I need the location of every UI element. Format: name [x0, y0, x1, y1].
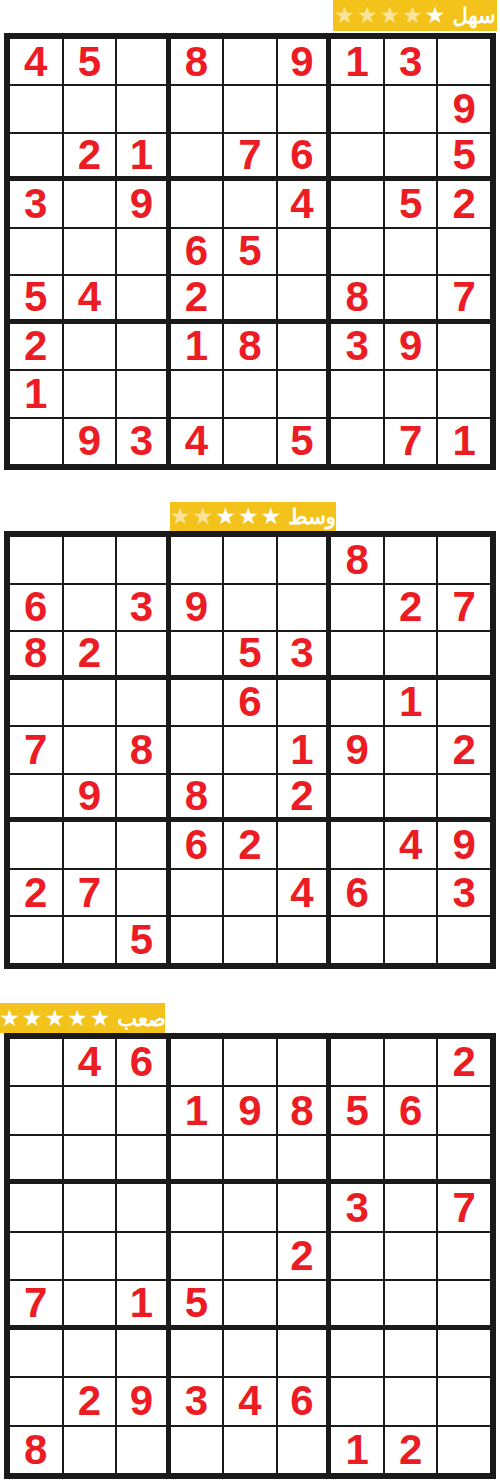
cell-r7c5[interactable]: [223, 1329, 277, 1377]
cell-r1c8[interactable]: 3: [384, 38, 438, 85]
cell-r3c1[interactable]: [9, 133, 63, 180]
cell-r8c6[interactable]: [277, 370, 331, 417]
cell-r3c9[interactable]: [437, 1135, 491, 1183]
star-icon: ★: [90, 1007, 111, 1030]
cell-r8c4[interactable]: [170, 869, 224, 917]
cell-r1c5[interactable]: [223, 1038, 277, 1086]
cell-r9c3[interactable]: 5: [116, 916, 170, 964]
cell-r4c6[interactable]: [277, 1183, 331, 1231]
cell-r9c2[interactable]: [63, 1426, 117, 1474]
cell-r7c4[interactable]: 1: [170, 323, 224, 370]
cell-r5c9[interactable]: [437, 1232, 491, 1280]
cell-r6c9[interactable]: [437, 1280, 491, 1328]
star-icon: ★: [22, 1007, 43, 1030]
star-rating-hard: ★★★★★: [0, 1007, 110, 1030]
cell-r4c5[interactable]: [223, 180, 277, 227]
cell-r5c7[interactable]: [330, 1232, 384, 1280]
cell-r4c8[interactable]: 1: [384, 679, 438, 727]
cell-r8c5[interactable]: 4: [223, 1377, 277, 1425]
cell-r9c5[interactable]: [223, 916, 277, 964]
cell-r8c9[interactable]: 3: [437, 869, 491, 917]
cell-r7c1[interactable]: [9, 821, 63, 869]
cell-r8c3[interactable]: 9: [116, 1377, 170, 1425]
cell-r1c7[interactable]: [330, 1038, 384, 1086]
cell-r9c7[interactable]: [330, 418, 384, 465]
cell-r8c2[interactable]: 7: [63, 869, 117, 917]
cell-r4c1[interactable]: 3: [9, 180, 63, 227]
cell-r7c3[interactable]: [116, 1329, 170, 1377]
star-icon: ★: [170, 505, 191, 528]
cell-r6c1[interactable]: 7: [9, 1280, 63, 1328]
cell-r3c4[interactable]: [170, 1135, 224, 1183]
difficulty-banner-easy: ★★★★★ سهل: [333, 0, 497, 31]
cell-r3c2[interactable]: 2: [63, 631, 117, 679]
cell-r1c4[interactable]: [170, 1038, 224, 1086]
cell-r2c1[interactable]: 6: [9, 584, 63, 632]
cell-r3c5[interactable]: [223, 1135, 277, 1183]
cell-r5c7[interactable]: 9: [330, 726, 384, 774]
cell-r7c6[interactable]: [277, 821, 331, 869]
cell-r1c3[interactable]: 6: [116, 1038, 170, 1086]
cell-r2c3[interactable]: [116, 85, 170, 132]
cell-r7c5[interactable]: 2: [223, 821, 277, 869]
difficulty-label-medium: وسط: [288, 506, 336, 527]
cell-r5c8[interactable]: [384, 1232, 438, 1280]
cell-r5c9[interactable]: 2: [437, 726, 491, 774]
cell-r3c8[interactable]: [384, 631, 438, 679]
cell-r5c1[interactable]: 7: [9, 726, 63, 774]
cell-r7c6[interactable]: [277, 1329, 331, 1377]
sudoku-grid-easy: 458913921765394526554287218391934571: [4, 33, 496, 470]
cell-r6c2[interactable]: 4: [63, 275, 117, 322]
cell-r3c4[interactable]: [170, 133, 224, 180]
cell-r9c7[interactable]: 1: [330, 1426, 384, 1474]
cell-r2c5[interactable]: [223, 584, 277, 632]
cell-r9c9[interactable]: [437, 1426, 491, 1474]
cell-r5c4[interactable]: 6: [170, 228, 224, 275]
cell-r4c7[interactable]: [330, 679, 384, 727]
cell-r2c6[interactable]: 8: [277, 1086, 331, 1134]
cell-r3c1[interactable]: [9, 1135, 63, 1183]
cell-r9c6[interactable]: [277, 916, 331, 964]
cell-r3c9[interactable]: 5: [437, 133, 491, 180]
cell-r1c3[interactable]: [116, 38, 170, 85]
cell-r9c9[interactable]: [437, 916, 491, 964]
cell-r7c3[interactable]: [116, 323, 170, 370]
cell-r2c8[interactable]: 2: [384, 584, 438, 632]
cell-r6c7[interactable]: [330, 774, 384, 822]
cell-r8c4[interactable]: 3: [170, 1377, 224, 1425]
cell-r5c1[interactable]: [9, 1232, 63, 1280]
cell-r1c9[interactable]: [437, 38, 491, 85]
cell-r8c8[interactable]: [384, 869, 438, 917]
cell-r2c8[interactable]: 6: [384, 1086, 438, 1134]
cell-r9c3[interactable]: [116, 1426, 170, 1474]
cell-r9c5[interactable]: [223, 1426, 277, 1474]
cell-r4c6[interactable]: 4: [277, 180, 331, 227]
cell-r6c8[interactable]: [384, 774, 438, 822]
difficulty-label-hard: صعب: [117, 1008, 166, 1029]
sudoku-grid-hard: 4621985637271529346812: [4, 1033, 496, 1479]
cell-r1c1[interactable]: [9, 536, 63, 584]
cell-r6c9[interactable]: [437, 774, 491, 822]
cell-r9c1[interactable]: [9, 916, 63, 964]
cell-r3c1[interactable]: 8: [9, 631, 63, 679]
cell-r4c8[interactable]: 5: [384, 180, 438, 227]
cell-r9c2[interactable]: 9: [63, 418, 117, 465]
cell-r1c6[interactable]: [277, 1038, 331, 1086]
cell-r8c1[interactable]: [9, 1377, 63, 1425]
star-icon: ★: [67, 1007, 88, 1030]
star-icon: ★: [425, 4, 446, 27]
cell-r4c4[interactable]: [170, 1183, 224, 1231]
cell-r6c6[interactable]: [277, 275, 331, 322]
cell-r7c8[interactable]: [384, 1329, 438, 1377]
cell-r5c6[interactable]: [277, 228, 331, 275]
cell-r5c3[interactable]: [116, 1232, 170, 1280]
sudoku-sheet: ★★★★★ سهل 458913921765394526554287218391…: [0, 0, 500, 1480]
cell-r5c8[interactable]: [384, 726, 438, 774]
cell-r9c5[interactable]: [223, 418, 277, 465]
cell-r9c9[interactable]: 1: [437, 418, 491, 465]
cell-r8c4[interactable]: [170, 370, 224, 417]
cell-r2c9[interactable]: [437, 1086, 491, 1134]
cell-r4c5[interactable]: [223, 1183, 277, 1231]
cell-r8c6[interactable]: 4: [277, 869, 331, 917]
cell-r3c6[interactable]: 3: [277, 631, 331, 679]
cell-r1c6[interactable]: [277, 536, 331, 584]
cell-r3c7[interactable]: [330, 1135, 384, 1183]
cell-r9c8[interactable]: [384, 916, 438, 964]
cell-r3c3[interactable]: 1: [116, 133, 170, 180]
cell-r6c2[interactable]: 9: [63, 774, 117, 822]
cell-r9c4[interactable]: [170, 916, 224, 964]
cell-r8c7[interactable]: 6: [330, 869, 384, 917]
cell-r8c5[interactable]: [223, 370, 277, 417]
cell-r4c9[interactable]: [437, 679, 491, 727]
star-icon: ★: [334, 4, 355, 27]
cell-r4c1[interactable]: [9, 679, 63, 727]
cell-r4c3[interactable]: [116, 679, 170, 727]
cell-r8c5[interactable]: [223, 869, 277, 917]
cell-r3c8[interactable]: [384, 1135, 438, 1183]
cell-r3c5[interactable]: 7: [223, 133, 277, 180]
star-icon: ★: [215, 505, 236, 528]
cell-r8c3[interactable]: [116, 869, 170, 917]
cell-r9c7[interactable]: [330, 916, 384, 964]
cell-r2c6[interactable]: [277, 85, 331, 132]
cell-r8c2[interactable]: [63, 370, 117, 417]
cell-r8c1[interactable]: 1: [9, 370, 63, 417]
cell-r7c2[interactable]: [63, 1329, 117, 1377]
cell-r4c6[interactable]: [277, 679, 331, 727]
cell-r4c7[interactable]: 3: [330, 1183, 384, 1231]
cell-r7c2[interactable]: [63, 323, 117, 370]
cell-r2c2[interactable]: [63, 584, 117, 632]
cell-r2c5[interactable]: 9: [223, 1086, 277, 1134]
cell-r4c9[interactable]: 7: [437, 1183, 491, 1231]
cell-r8c3[interactable]: [116, 370, 170, 417]
cell-r3c2[interactable]: [63, 1135, 117, 1183]
cell-r6c1[interactable]: [9, 774, 63, 822]
cell-r4c2[interactable]: [63, 1183, 117, 1231]
cell-r9c3[interactable]: 3: [116, 418, 170, 465]
cell-r6c2[interactable]: [63, 1280, 117, 1328]
cell-r2c7[interactable]: 5: [330, 1086, 384, 1134]
cell-r2c4[interactable]: 1: [170, 1086, 224, 1134]
cell-r1c4[interactable]: [170, 536, 224, 584]
cell-r4c3[interactable]: 9: [116, 180, 170, 227]
cell-r6c8[interactable]: [384, 1280, 438, 1328]
cell-r9c2[interactable]: [63, 916, 117, 964]
cell-r2c5[interactable]: [223, 85, 277, 132]
cell-r6c7[interactable]: 8: [330, 275, 384, 322]
cell-r8c7[interactable]: [330, 1377, 384, 1425]
cell-r9c8[interactable]: 2: [384, 1426, 438, 1474]
cell-r7c5[interactable]: 8: [223, 323, 277, 370]
cell-r2c1[interactable]: [9, 85, 63, 132]
cell-r7c7[interactable]: [330, 821, 384, 869]
cell-r1c2[interactable]: 5: [63, 38, 117, 85]
star-icon: ★: [0, 1007, 20, 1030]
cell-r6c7[interactable]: [330, 1280, 384, 1328]
cell-r7c4[interactable]: 6: [170, 821, 224, 869]
cell-r6c4[interactable]: 5: [170, 1280, 224, 1328]
cell-r7c2[interactable]: [63, 821, 117, 869]
cell-r1c7[interactable]: 1: [330, 38, 384, 85]
cell-r6c3[interactable]: 1: [116, 1280, 170, 1328]
cell-r3c6[interactable]: [277, 1135, 331, 1183]
cell-r8c8[interactable]: [384, 370, 438, 417]
cell-r1c9[interactable]: [437, 536, 491, 584]
cell-r6c4[interactable]: 2: [170, 275, 224, 322]
cell-r1c2[interactable]: 4: [63, 1038, 117, 1086]
cell-r5c2[interactable]: [63, 726, 117, 774]
cell-r1c2[interactable]: [63, 536, 117, 584]
cell-r8c9[interactable]: [437, 370, 491, 417]
cell-r2c9[interactable]: 9: [437, 85, 491, 132]
star-icon: ★: [402, 4, 423, 27]
cell-r2c3[interactable]: 3: [116, 584, 170, 632]
cell-r6c5[interactable]: [223, 774, 277, 822]
star-icon: ★: [261, 505, 282, 528]
cell-r7c8[interactable]: 4: [384, 821, 438, 869]
cell-r5c9[interactable]: [437, 228, 491, 275]
cell-r4c4[interactable]: [170, 180, 224, 227]
cell-r3c5[interactable]: 5: [223, 631, 277, 679]
cell-r4c4[interactable]: [170, 679, 224, 727]
star-icon: ★: [380, 4, 401, 27]
cell-r3c9[interactable]: [437, 631, 491, 679]
cell-r7c3[interactable]: [116, 821, 170, 869]
cell-r5c5[interactable]: [223, 1232, 277, 1280]
cell-r2c6[interactable]: [277, 584, 331, 632]
cell-r7c9[interactable]: [437, 1329, 491, 1377]
star-icon: ★: [238, 505, 259, 528]
cell-r3c3[interactable]: [116, 1135, 170, 1183]
cell-r6c1[interactable]: 5: [9, 275, 63, 322]
difficulty-banner-hard: ★★★★★ صعب: [0, 1003, 165, 1033]
cell-r7c7[interactable]: 3: [330, 323, 384, 370]
cell-r1c4[interactable]: 8: [170, 38, 224, 85]
cell-r6c3[interactable]: [116, 774, 170, 822]
cell-r4c7[interactable]: [330, 180, 384, 227]
difficulty-banner-medium: ★★★★★ وسط: [170, 502, 336, 531]
cell-r5c1[interactable]: [9, 228, 63, 275]
cell-r5c4[interactable]: [170, 1232, 224, 1280]
cell-r5c3[interactable]: 8: [116, 726, 170, 774]
cell-r9c6[interactable]: 5: [277, 418, 331, 465]
cell-r7c4[interactable]: [170, 1329, 224, 1377]
cell-r5c7[interactable]: [330, 228, 384, 275]
cell-r4c3[interactable]: [116, 1183, 170, 1231]
cell-r5c8[interactable]: [384, 228, 438, 275]
cell-r7c9[interactable]: [437, 323, 491, 370]
cell-r5c5[interactable]: [223, 726, 277, 774]
cell-r2c7[interactable]: [330, 584, 384, 632]
cell-r3c3[interactable]: [116, 631, 170, 679]
cell-r1c1[interactable]: [9, 1038, 63, 1086]
cell-r7c7[interactable]: [330, 1329, 384, 1377]
cell-r9c4[interactable]: 4: [170, 418, 224, 465]
cell-r9c6[interactable]: [277, 1426, 331, 1474]
cell-r2c2[interactable]: [63, 1086, 117, 1134]
cell-r6c6[interactable]: 2: [277, 774, 331, 822]
cell-r5c3[interactable]: [116, 228, 170, 275]
cell-r2c2[interactable]: [63, 85, 117, 132]
cell-r5c5[interactable]: 5: [223, 228, 277, 275]
cell-r7c9[interactable]: 9: [437, 821, 491, 869]
cell-r9c1[interactable]: 8: [9, 1426, 63, 1474]
star-icon: ★: [193, 505, 214, 528]
cell-r1c5[interactable]: [223, 38, 277, 85]
cell-r1c8[interactable]: [384, 1038, 438, 1086]
cell-r2c4[interactable]: 9: [170, 584, 224, 632]
cell-r8c7[interactable]: [330, 370, 384, 417]
cell-r5c2[interactable]: [63, 228, 117, 275]
cell-r3c8[interactable]: [384, 133, 438, 180]
cell-r4c8[interactable]: [384, 1183, 438, 1231]
cell-r8c9[interactable]: [437, 1377, 491, 1425]
cell-r6c6[interactable]: [277, 1280, 331, 1328]
cell-r1c8[interactable]: [384, 536, 438, 584]
cell-r4c9[interactable]: 2: [437, 180, 491, 227]
cell-r2c1[interactable]: [9, 1086, 63, 1134]
cell-r3c4[interactable]: [170, 631, 224, 679]
cell-r9c1[interactable]: [9, 418, 63, 465]
cell-r6c9[interactable]: 7: [437, 275, 491, 322]
cell-r6c5[interactable]: [223, 1280, 277, 1328]
cell-r7c1[interactable]: [9, 1329, 63, 1377]
cell-r7c6[interactable]: [277, 323, 331, 370]
cell-r2c4[interactable]: [170, 85, 224, 132]
cell-r9c4[interactable]: [170, 1426, 224, 1474]
sudoku-grid-medium: 863927825361781929826249274635: [4, 531, 496, 969]
cell-r3c7[interactable]: [330, 133, 384, 180]
cell-r1c3[interactable]: [116, 536, 170, 584]
cell-r8c2[interactable]: 2: [63, 1377, 117, 1425]
cell-r8c6[interactable]: 6: [277, 1377, 331, 1425]
cell-r6c8[interactable]: [384, 275, 438, 322]
cell-r5c4[interactable]: [170, 726, 224, 774]
cell-r8c1[interactable]: 2: [9, 869, 63, 917]
star-icon: ★: [357, 4, 378, 27]
cell-r4c1[interactable]: [9, 1183, 63, 1231]
star-rating-easy: ★★★★★: [334, 4, 445, 27]
cell-r3c6[interactable]: 6: [277, 133, 331, 180]
cell-r4c5[interactable]: 6: [223, 679, 277, 727]
cell-r7c8[interactable]: 9: [384, 323, 438, 370]
star-rating-medium: ★★★★★: [170, 505, 281, 528]
cell-r2c8[interactable]: [384, 85, 438, 132]
cell-r6c4[interactable]: 8: [170, 774, 224, 822]
difficulty-label-easy: سهل: [452, 5, 495, 26]
cell-r6c5[interactable]: [223, 275, 277, 322]
cell-r2c7[interactable]: [330, 85, 384, 132]
cell-r4c2[interactable]: [63, 180, 117, 227]
cell-r1c9[interactable]: 2: [437, 1038, 491, 1086]
cell-r1c1[interactable]: 4: [9, 38, 63, 85]
cell-r1c6[interactable]: 9: [277, 38, 331, 85]
cell-r6c3[interactable]: [116, 275, 170, 322]
cell-r1c5[interactable]: [223, 536, 277, 584]
cell-r5c2[interactable]: [63, 1232, 117, 1280]
cell-r1c7[interactable]: 8: [330, 536, 384, 584]
cell-r7c1[interactable]: 2: [9, 323, 63, 370]
cell-r3c2[interactable]: 2: [63, 133, 117, 180]
cell-r8c8[interactable]: [384, 1377, 438, 1425]
cell-r2c3[interactable]: [116, 1086, 170, 1134]
cell-r5c6[interactable]: 1: [277, 726, 331, 774]
cell-r3c7[interactable]: [330, 631, 384, 679]
cell-r4c2[interactable]: [63, 679, 117, 727]
cell-r9c8[interactable]: 7: [384, 418, 438, 465]
cell-r5c6[interactable]: 2: [277, 1232, 331, 1280]
cell-r2c9[interactable]: 7: [437, 584, 491, 632]
star-icon: ★: [44, 1007, 65, 1030]
